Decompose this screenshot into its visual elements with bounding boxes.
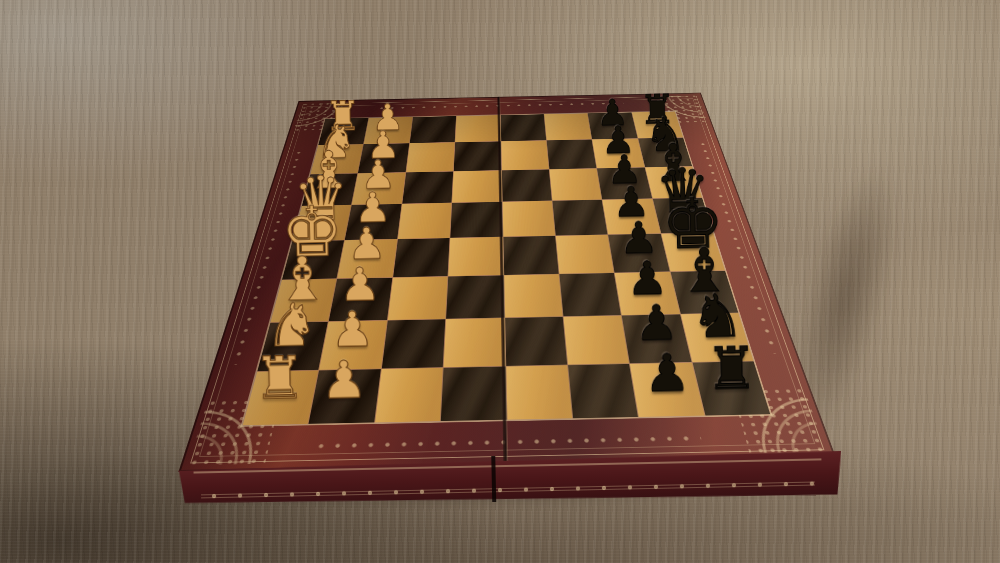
beaded-stem-ornament-icon [312, 434, 702, 450]
beaded-stem-ornament-icon [699, 141, 779, 354]
chess-board: ♜♟♟♜♞♟♟♞♝♟♟♝♛♟♟♛♚♟♟♚♝♟♟♝♞♟♟♞♜♟♟♜ [179, 93, 837, 472]
beaded-stem-ornament-icon [376, 102, 624, 110]
fern-ornament-icon [650, 95, 708, 124]
board-frame [179, 93, 837, 472]
board-group: ♜♟♟♜♞♟♟♞♝♟♟♝♛♟♟♛♚♟♟♚♝♟♟♝♞♟♟♞♜♟♟♜ [0, 0, 1000, 563]
fern-ornament-icon [293, 102, 350, 131]
fern-ornament-icon [188, 398, 281, 465]
fern-ornament-icon [731, 387, 827, 454]
beaded-stem-ornament-icon [232, 149, 303, 365]
photo-scene: ♜♟♟♜♞♟♟♞♝♟♟♝♛♟♟♛♚♟♟♚♝♟♟♝♞♟♟♞♜♟♟♜ [0, 0, 1000, 563]
